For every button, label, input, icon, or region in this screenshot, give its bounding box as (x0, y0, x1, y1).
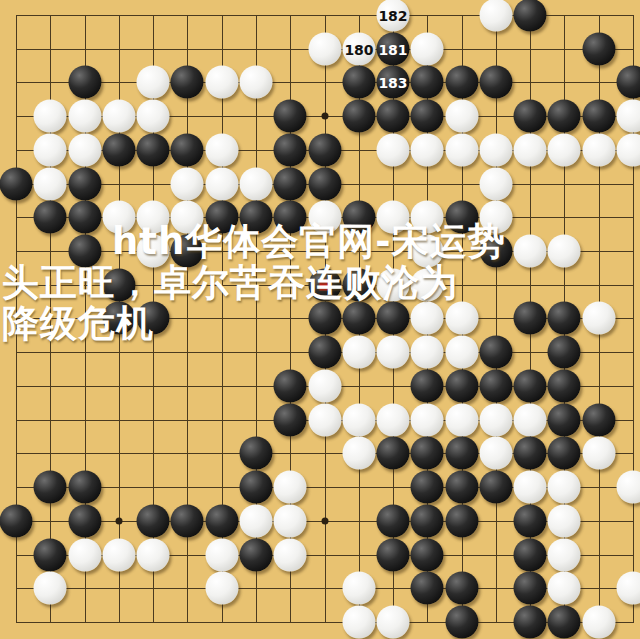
stone-black[interactable] (274, 100, 307, 133)
stone-white[interactable] (274, 539, 307, 572)
stone-white[interactable] (34, 100, 67, 133)
stone-white[interactable] (377, 404, 410, 437)
stone-black[interactable] (274, 168, 307, 201)
stone-black[interactable]: 183 (377, 66, 410, 99)
watermark-text-line-3: 降级危机 (2, 304, 154, 344)
stone-black[interactable] (377, 302, 410, 335)
stone-black[interactable] (411, 572, 444, 605)
move-number-label: 183 (378, 75, 407, 89)
stone-black[interactable] (309, 168, 342, 201)
stone-black[interactable] (446, 437, 479, 470)
stone-white[interactable] (34, 572, 67, 605)
stone-black[interactable] (377, 437, 410, 470)
stone-white[interactable]: 182 (377, 0, 410, 32)
stone-black[interactable] (480, 66, 513, 99)
stone-black[interactable] (69, 471, 102, 504)
stone-white[interactable] (343, 572, 376, 605)
stone-black[interactable] (411, 66, 444, 99)
stone-black[interactable] (377, 100, 410, 133)
stone-white[interactable] (480, 404, 513, 437)
stone-black[interactable] (548, 404, 581, 437)
stone-white[interactable] (480, 134, 513, 167)
stone-white[interactable] (206, 168, 239, 201)
stone-white[interactable] (309, 404, 342, 437)
stone-black[interactable] (446, 66, 479, 99)
stone-black[interactable] (309, 134, 342, 167)
stone-black[interactable] (548, 437, 581, 470)
stone-white[interactable] (309, 33, 342, 66)
stone-black[interactable] (411, 471, 444, 504)
stone-black[interactable] (206, 505, 239, 538)
stone-black[interactable] (548, 370, 581, 403)
stone-white[interactable] (377, 606, 410, 639)
stone-black[interactable] (514, 505, 547, 538)
stone-black[interactable] (171, 505, 204, 538)
stone-black[interactable] (69, 505, 102, 538)
stone-black[interactable] (514, 437, 547, 470)
stone-black[interactable] (548, 336, 581, 369)
stone-black[interactable] (34, 471, 67, 504)
stone-white[interactable] (69, 539, 102, 572)
stone-black[interactable] (617, 66, 640, 99)
stone-black[interactable] (514, 302, 547, 335)
stone-black[interactable] (171, 66, 204, 99)
stone-white[interactable] (548, 235, 581, 268)
stone-white[interactable] (137, 66, 170, 99)
stone-white[interactable] (548, 134, 581, 167)
stone-black[interactable] (411, 370, 444, 403)
stone-white[interactable] (480, 168, 513, 201)
stone-black[interactable] (446, 505, 479, 538)
stone-black[interactable] (274, 370, 307, 403)
stone-white[interactable] (514, 235, 547, 268)
stone-white[interactable] (343, 606, 376, 639)
stone-black[interactable] (0, 505, 33, 538)
stone-white[interactable] (34, 168, 67, 201)
stone-white[interactable] (583, 302, 616, 335)
stone-white[interactable] (274, 471, 307, 504)
stone-white[interactable] (583, 437, 616, 470)
stone-black[interactable] (411, 437, 444, 470)
stone-white[interactable] (34, 134, 67, 167)
stone-white[interactable] (617, 471, 640, 504)
move-number-label: 181 (378, 42, 407, 56)
stone-white[interactable] (446, 302, 479, 335)
stone-white[interactable] (548, 572, 581, 605)
stone-white[interactable] (137, 100, 170, 133)
stone-white[interactable] (446, 336, 479, 369)
stone-white[interactable] (171, 168, 204, 201)
stone-black[interactable] (583, 33, 616, 66)
stone-white[interactable] (69, 134, 102, 167)
stone-black[interactable] (377, 505, 410, 538)
stone-white[interactable] (480, 437, 513, 470)
grid-line-vertical (496, 15, 497, 623)
stone-white[interactable] (206, 66, 239, 99)
stone-white[interactable] (446, 100, 479, 133)
stone-black[interactable] (446, 370, 479, 403)
go-board[interactable]: 182180181183hth华体会官网-宋运势头正旺，卓尔苦吞连败沦为降级危机 (0, 0, 640, 639)
stone-white[interactable] (103, 539, 136, 572)
stone-black[interactable] (274, 404, 307, 437)
stone-white[interactable] (309, 370, 342, 403)
stone-black[interactable] (34, 201, 67, 234)
stone-white[interactable] (548, 539, 581, 572)
stone-black[interactable] (240, 437, 273, 470)
stone-black[interactable] (411, 100, 444, 133)
watermark-text-line-1: hth华体会官网-宋运势 (112, 222, 506, 262)
stone-white[interactable] (274, 505, 307, 538)
stone-white[interactable] (343, 404, 376, 437)
stone-white[interactable] (583, 606, 616, 639)
stone-white[interactable] (446, 134, 479, 167)
stone-black[interactable] (411, 539, 444, 572)
stone-black[interactable] (514, 100, 547, 133)
stone-white[interactable] (514, 404, 547, 437)
stone-white[interactable] (240, 66, 273, 99)
stone-black[interactable] (274, 134, 307, 167)
stone-black[interactable] (514, 606, 547, 639)
stone-black[interactable] (103, 134, 136, 167)
stone-white[interactable] (548, 505, 581, 538)
stone-white[interactable] (411, 302, 444, 335)
stone-black[interactable] (548, 302, 581, 335)
stone-black[interactable] (343, 302, 376, 335)
stone-black[interactable] (171, 134, 204, 167)
stone-black[interactable] (583, 404, 616, 437)
stone-black[interactable] (69, 168, 102, 201)
stone-white[interactable] (411, 404, 444, 437)
stone-black[interactable] (137, 505, 170, 538)
stone-black[interactable]: 181 (377, 33, 410, 66)
stone-black[interactable] (137, 134, 170, 167)
stone-white[interactable] (377, 336, 410, 369)
stone-white[interactable] (411, 33, 444, 66)
stone-white[interactable] (343, 437, 376, 470)
stone-black[interactable] (309, 336, 342, 369)
stone-white[interactable] (343, 336, 376, 369)
stone-black[interactable] (446, 471, 479, 504)
stone-black[interactable] (240, 471, 273, 504)
stone-black[interactable] (480, 370, 513, 403)
stone-black[interactable] (343, 100, 376, 133)
stone-white[interactable] (548, 471, 581, 504)
stone-black[interactable] (514, 0, 547, 32)
stone-white[interactable] (137, 539, 170, 572)
stone-black[interactable] (309, 302, 342, 335)
star-point (116, 518, 123, 525)
stone-black[interactable] (480, 336, 513, 369)
stone-white[interactable] (103, 100, 136, 133)
stone-black[interactable] (34, 539, 67, 572)
stone-white[interactable] (583, 134, 616, 167)
watermark-text-line-2: 头正旺，卓尔苦吞连败沦为 (2, 263, 458, 303)
stone-black[interactable] (548, 606, 581, 639)
star-point (322, 518, 329, 525)
stone-white[interactable] (206, 539, 239, 572)
stone-black[interactable] (514, 539, 547, 572)
move-number-label: 182 (378, 8, 407, 22)
stone-white[interactable] (514, 134, 547, 167)
star-point (322, 113, 329, 120)
stone-white[interactable] (617, 134, 640, 167)
stone-white[interactable] (446, 404, 479, 437)
stone-white[interactable] (617, 100, 640, 133)
stone-white[interactable] (240, 505, 273, 538)
stone-white[interactable] (411, 134, 444, 167)
stone-black[interactable] (446, 606, 479, 639)
stone-white[interactable]: 180 (343, 33, 376, 66)
stone-black[interactable] (343, 66, 376, 99)
stone-white[interactable] (377, 134, 410, 167)
stone-white[interactable] (206, 572, 239, 605)
stone-black[interactable] (240, 539, 273, 572)
stone-black[interactable] (514, 572, 547, 605)
stone-white[interactable] (514, 471, 547, 504)
stone-white[interactable] (411, 336, 444, 369)
stone-white[interactable] (69, 100, 102, 133)
stone-black[interactable] (0, 168, 33, 201)
stone-black[interactable] (514, 370, 547, 403)
stone-black[interactable] (377, 539, 410, 572)
stone-black[interactable] (69, 201, 102, 234)
stone-black[interactable] (480, 471, 513, 504)
move-number-label: 180 (344, 42, 373, 56)
stone-black[interactable] (446, 572, 479, 605)
stone-black[interactable] (583, 100, 616, 133)
stone-white[interactable] (206, 134, 239, 167)
stone-white[interactable] (240, 168, 273, 201)
stone-black[interactable] (69, 66, 102, 99)
stone-white[interactable] (480, 0, 513, 32)
stone-white[interactable] (617, 572, 640, 605)
stone-black[interactable] (548, 100, 581, 133)
stone-black[interactable] (411, 505, 444, 538)
